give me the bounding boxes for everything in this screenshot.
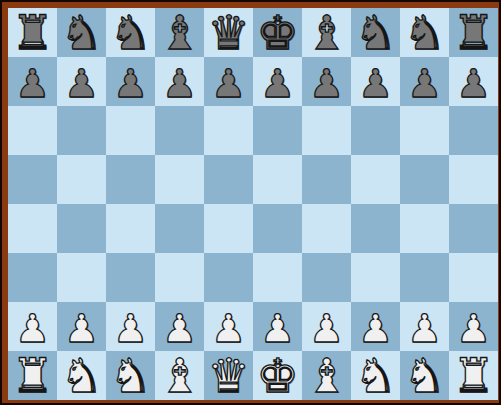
square-i7[interactable]: ♟	[400, 57, 449, 106]
black-pawn[interactable]: ♟	[407, 61, 442, 106]
square-h4[interactable]	[351, 204, 400, 253]
square-f2[interactable]: ♟	[253, 302, 302, 351]
square-d7[interactable]: ♟	[155, 57, 204, 106]
square-e7[interactable]: ♟	[204, 57, 253, 106]
white-knight[interactable]: ♞	[60, 351, 102, 400]
square-e6[interactable]	[204, 106, 253, 155]
board-frame: ♜♞♞♝♛♚♝♞♞♜♟♟♟♟♟♟♟♟♟♟♟♟♟♟♟♟♟♟♟♟♜♞♞♝♛♚♝♞♞♜	[0, 0, 501, 405]
black-king[interactable]: ♚	[256, 8, 298, 57]
square-e4[interactable]	[204, 204, 253, 253]
square-j4[interactable]	[449, 204, 498, 253]
white-king[interactable]: ♚	[256, 351, 298, 400]
square-a6[interactable]	[8, 106, 57, 155]
square-i8[interactable]: ♞	[400, 8, 449, 57]
square-g7[interactable]: ♟	[302, 57, 351, 106]
white-knight[interactable]: ♞	[109, 351, 151, 400]
white-pawn[interactable]: ♟	[15, 306, 50, 351]
square-a4[interactable]	[8, 204, 57, 253]
black-knight[interactable]: ♞	[60, 8, 102, 57]
square-i4[interactable]	[400, 204, 449, 253]
square-j8[interactable]: ♜	[449, 8, 498, 57]
white-knight[interactable]: ♞	[354, 351, 396, 400]
black-pawn[interactable]: ♟	[211, 61, 246, 106]
square-c6[interactable]	[106, 106, 155, 155]
black-bishop[interactable]: ♝	[158, 8, 200, 57]
square-j7[interactable]: ♟	[449, 57, 498, 106]
square-i5[interactable]	[400, 155, 449, 204]
square-b2[interactable]: ♟	[57, 302, 106, 351]
square-b5[interactable]	[57, 155, 106, 204]
white-rook[interactable]: ♜	[452, 351, 494, 400]
square-c4[interactable]	[106, 204, 155, 253]
square-h5[interactable]	[351, 155, 400, 204]
square-c5[interactable]	[106, 155, 155, 204]
square-d4[interactable]	[155, 204, 204, 253]
square-a7[interactable]: ♟	[8, 57, 57, 106]
square-f8[interactable]: ♚	[253, 8, 302, 57]
square-d2[interactable]: ♟	[155, 302, 204, 351]
square-f7[interactable]: ♟	[253, 57, 302, 106]
square-d6[interactable]	[155, 106, 204, 155]
white-pawn[interactable]: ♟	[358, 306, 393, 351]
square-j3[interactable]	[449, 253, 498, 302]
square-b8[interactable]: ♞	[57, 8, 106, 57]
square-f6[interactable]	[253, 106, 302, 155]
square-h3[interactable]	[351, 253, 400, 302]
chess-board: ♜♞♞♝♛♚♝♞♞♜♟♟♟♟♟♟♟♟♟♟♟♟♟♟♟♟♟♟♟♟♜♞♞♝♛♚♝♞♞♜	[8, 8, 498, 400]
square-g1[interactable]: ♝	[302, 351, 351, 400]
square-e8[interactable]: ♛	[204, 8, 253, 57]
square-d3[interactable]	[155, 253, 204, 302]
black-pawn[interactable]: ♟	[260, 61, 295, 106]
black-pawn[interactable]: ♟	[456, 61, 491, 106]
white-pawn[interactable]: ♟	[211, 306, 246, 351]
square-h8[interactable]: ♞	[351, 8, 400, 57]
black-pawn[interactable]: ♟	[309, 61, 344, 106]
square-a1[interactable]: ♜	[8, 351, 57, 400]
square-g5[interactable]	[302, 155, 351, 204]
black-knight[interactable]: ♞	[354, 8, 396, 57]
square-b3[interactable]	[57, 253, 106, 302]
square-f4[interactable]	[253, 204, 302, 253]
black-pawn[interactable]: ♟	[162, 61, 197, 106]
square-a5[interactable]	[8, 155, 57, 204]
white-pawn[interactable]: ♟	[456, 306, 491, 351]
square-j5[interactable]	[449, 155, 498, 204]
white-pawn[interactable]: ♟	[162, 306, 197, 351]
square-e1[interactable]: ♛	[204, 351, 253, 400]
square-b4[interactable]	[57, 204, 106, 253]
white-rook[interactable]: ♜	[11, 351, 53, 400]
square-e2[interactable]: ♟	[204, 302, 253, 351]
square-i1[interactable]: ♞	[400, 351, 449, 400]
square-d1[interactable]: ♝	[155, 351, 204, 400]
square-h2[interactable]: ♟	[351, 302, 400, 351]
square-b7[interactable]: ♟	[57, 57, 106, 106]
square-f1[interactable]: ♚	[253, 351, 302, 400]
square-g6[interactable]	[302, 106, 351, 155]
square-a3[interactable]	[8, 253, 57, 302]
white-pawn[interactable]: ♟	[113, 306, 148, 351]
black-pawn[interactable]: ♟	[15, 61, 50, 106]
white-pawn[interactable]: ♟	[407, 306, 442, 351]
square-c1[interactable]: ♞	[106, 351, 155, 400]
black-rook[interactable]: ♜	[11, 8, 53, 57]
white-queen[interactable]: ♛	[207, 351, 249, 400]
black-pawn[interactable]: ♟	[64, 61, 99, 106]
square-j6[interactable]	[449, 106, 498, 155]
square-c7[interactable]: ♟	[106, 57, 155, 106]
black-pawn[interactable]: ♟	[113, 61, 148, 106]
square-g2[interactable]: ♟	[302, 302, 351, 351]
black-knight[interactable]: ♞	[109, 8, 151, 57]
white-bishop[interactable]: ♝	[158, 351, 200, 400]
square-b6[interactable]	[57, 106, 106, 155]
square-d5[interactable]	[155, 155, 204, 204]
square-i3[interactable]	[400, 253, 449, 302]
black-knight[interactable]: ♞	[403, 8, 445, 57]
square-e5[interactable]	[204, 155, 253, 204]
square-f5[interactable]	[253, 155, 302, 204]
square-f3[interactable]	[253, 253, 302, 302]
square-i2[interactable]: ♟	[400, 302, 449, 351]
square-c3[interactable]	[106, 253, 155, 302]
square-c8[interactable]: ♞	[106, 8, 155, 57]
white-pawn[interactable]: ♟	[64, 306, 99, 351]
square-h6[interactable]	[351, 106, 400, 155]
square-h7[interactable]: ♟	[351, 57, 400, 106]
square-a8[interactable]: ♜	[8, 8, 57, 57]
square-g4[interactable]	[302, 204, 351, 253]
square-j2[interactable]: ♟	[449, 302, 498, 351]
square-c2[interactable]: ♟	[106, 302, 155, 351]
white-pawn[interactable]: ♟	[260, 306, 295, 351]
square-e3[interactable]	[204, 253, 253, 302]
square-j1[interactable]: ♜	[449, 351, 498, 400]
square-g3[interactable]	[302, 253, 351, 302]
square-a2[interactable]: ♟	[8, 302, 57, 351]
white-bishop[interactable]: ♝	[305, 351, 347, 400]
square-g8[interactable]: ♝	[302, 8, 351, 57]
square-d8[interactable]: ♝	[155, 8, 204, 57]
square-h1[interactable]: ♞	[351, 351, 400, 400]
black-bishop[interactable]: ♝	[305, 8, 347, 57]
white-knight[interactable]: ♞	[403, 351, 445, 400]
black-pawn[interactable]: ♟	[358, 61, 393, 106]
white-pawn[interactable]: ♟	[309, 306, 344, 351]
black-rook[interactable]: ♜	[452, 8, 494, 57]
square-i6[interactable]	[400, 106, 449, 155]
black-queen[interactable]: ♛	[207, 8, 249, 57]
square-b1[interactable]: ♞	[57, 351, 106, 400]
